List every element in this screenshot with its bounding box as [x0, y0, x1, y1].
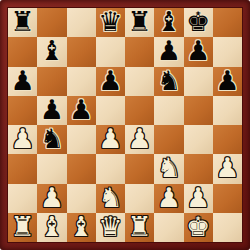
- square-f3[interactable]: ♞: [154, 154, 183, 183]
- square-c8[interactable]: [67, 8, 96, 37]
- square-b5[interactable]: ♟: [37, 96, 66, 125]
- piece-white-king[interactable]: ♚: [186, 213, 210, 241]
- square-g2[interactable]: ♟: [184, 184, 213, 213]
- square-f2[interactable]: ♟: [154, 184, 183, 213]
- square-g8[interactable]: ♚: [184, 8, 213, 37]
- piece-white-bishop[interactable]: ♝: [40, 213, 64, 241]
- square-c7[interactable]: [67, 37, 96, 66]
- square-b1[interactable]: ♝: [37, 213, 66, 242]
- piece-white-pawn[interactable]: ♟: [157, 184, 181, 212]
- square-d1[interactable]: ♛: [96, 213, 125, 242]
- square-h5[interactable]: [213, 96, 242, 125]
- square-a8[interactable]: ♜: [8, 8, 37, 37]
- piece-black-rook[interactable]: ♜: [11, 8, 35, 36]
- square-c3[interactable]: [67, 154, 96, 183]
- square-b3[interactable]: [37, 154, 66, 183]
- square-h1[interactable]: [213, 213, 242, 242]
- piece-white-pawn[interactable]: ♟: [98, 125, 122, 153]
- square-h2[interactable]: [213, 184, 242, 213]
- piece-white-bishop[interactable]: ♝: [69, 213, 93, 241]
- square-c1[interactable]: ♝: [67, 213, 96, 242]
- square-a6[interactable]: ♟: [8, 67, 37, 96]
- square-a2[interactable]: [8, 184, 37, 213]
- piece-black-bishop[interactable]: ♝: [157, 8, 181, 36]
- piece-white-queen[interactable]: ♛: [98, 213, 122, 241]
- square-h8[interactable]: [213, 8, 242, 37]
- square-f8[interactable]: ♝: [154, 8, 183, 37]
- piece-white-knight[interactable]: ♞: [98, 184, 122, 212]
- square-b7[interactable]: ♝: [37, 37, 66, 66]
- piece-black-knight[interactable]: ♞: [157, 67, 181, 95]
- piece-white-knight[interactable]: ♞: [157, 154, 181, 182]
- square-f7[interactable]: ♟: [154, 37, 183, 66]
- square-e3[interactable]: [125, 154, 154, 183]
- square-d7[interactable]: [96, 37, 125, 66]
- square-d5[interactable]: [96, 96, 125, 125]
- piece-black-pawn[interactable]: ♟: [98, 67, 122, 95]
- square-a3[interactable]: [8, 154, 37, 183]
- piece-black-king[interactable]: ♚: [186, 8, 210, 36]
- piece-black-pawn[interactable]: ♟: [215, 67, 239, 95]
- square-h4[interactable]: [213, 125, 242, 154]
- piece-white-pawn[interactable]: ♟: [11, 125, 35, 153]
- piece-black-pawn[interactable]: ♟: [69, 96, 93, 124]
- piece-white-pawn[interactable]: ♟: [40, 184, 64, 212]
- square-e6[interactable]: [125, 67, 154, 96]
- square-g3[interactable]: [184, 154, 213, 183]
- square-e4[interactable]: ♟: [125, 125, 154, 154]
- square-e2[interactable]: [125, 184, 154, 213]
- square-e1[interactable]: ♜: [125, 213, 154, 242]
- piece-white-pawn[interactable]: ♟: [215, 154, 239, 182]
- piece-white-pawn[interactable]: ♟: [128, 125, 152, 153]
- piece-black-pawn[interactable]: ♟: [40, 96, 64, 124]
- piece-black-rook[interactable]: ♜: [128, 8, 152, 36]
- piece-black-queen[interactable]: ♛: [98, 8, 122, 36]
- square-b4[interactable]: ♞: [37, 125, 66, 154]
- piece-black-pawn[interactable]: ♟: [11, 67, 35, 95]
- square-b6[interactable]: [37, 67, 66, 96]
- square-e8[interactable]: ♜: [125, 8, 154, 37]
- square-h6[interactable]: ♟: [213, 67, 242, 96]
- piece-black-bishop[interactable]: ♝: [40, 37, 64, 65]
- square-a5[interactable]: [8, 96, 37, 125]
- square-a7[interactable]: [8, 37, 37, 66]
- square-f6[interactable]: ♞: [154, 67, 183, 96]
- square-h7[interactable]: [213, 37, 242, 66]
- square-d6[interactable]: ♟: [96, 67, 125, 96]
- square-d2[interactable]: ♞: [96, 184, 125, 213]
- piece-white-rook[interactable]: ♜: [11, 213, 35, 241]
- square-c2[interactable]: [67, 184, 96, 213]
- chess-board: ♜♛♜♝♚♝♟♟♟♟♞♟♟♟♟♞♟♟♞♟♟♞♟♟♜♝♝♛♜♚: [8, 8, 242, 242]
- square-c5[interactable]: ♟: [67, 96, 96, 125]
- square-a4[interactable]: ♟: [8, 125, 37, 154]
- square-f5[interactable]: [154, 96, 183, 125]
- square-e7[interactable]: [125, 37, 154, 66]
- square-c4[interactable]: [67, 125, 96, 154]
- piece-white-rook[interactable]: ♜: [128, 213, 152, 241]
- square-d8[interactable]: ♛: [96, 8, 125, 37]
- square-a1[interactable]: ♜: [8, 213, 37, 242]
- square-h3[interactable]: ♟: [213, 154, 242, 183]
- square-g4[interactable]: [184, 125, 213, 154]
- square-g5[interactable]: [184, 96, 213, 125]
- square-g1[interactable]: ♚: [184, 213, 213, 242]
- square-g6[interactable]: [184, 67, 213, 96]
- piece-white-pawn[interactable]: ♟: [186, 184, 210, 212]
- square-b2[interactable]: ♟: [37, 184, 66, 213]
- square-c6[interactable]: [67, 67, 96, 96]
- square-d4[interactable]: ♟: [96, 125, 125, 154]
- piece-black-knight[interactable]: ♞: [40, 125, 64, 153]
- square-d3[interactable]: [96, 154, 125, 183]
- square-g7[interactable]: ♟: [184, 37, 213, 66]
- chess-diagram-frame: ♜♛♜♝♚♝♟♟♟♟♞♟♟♟♟♞♟♟♞♟♟♞♟♟♜♝♝♛♜♚: [0, 0, 250, 250]
- square-f4[interactable]: [154, 125, 183, 154]
- square-e5[interactable]: [125, 96, 154, 125]
- piece-black-pawn[interactable]: ♟: [186, 37, 210, 65]
- square-f1[interactable]: [154, 213, 183, 242]
- piece-black-pawn[interactable]: ♟: [157, 37, 181, 65]
- square-b8[interactable]: [37, 8, 66, 37]
